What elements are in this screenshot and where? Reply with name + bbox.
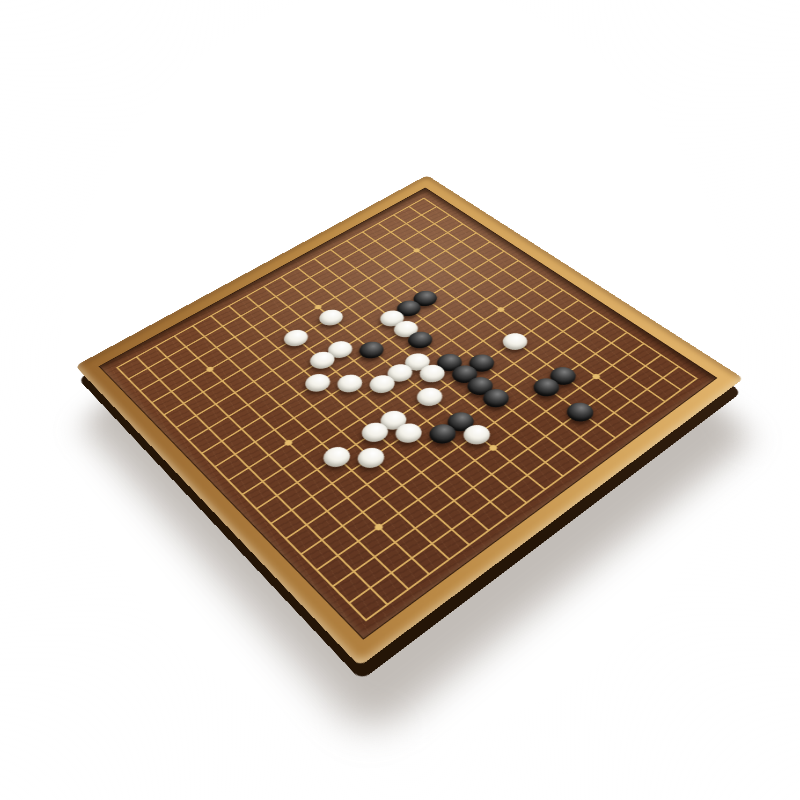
product-photo [0,0,800,800]
white-stone[interactable] [279,327,312,350]
white-stone[interactable] [352,444,389,472]
board-playing-field [99,187,718,639]
go-board [75,175,743,666]
star-point [488,444,499,452]
white-stone[interactable] [315,307,348,329]
white-stone[interactable] [332,371,367,396]
star-point [313,304,322,310]
white-stone[interactable] [498,330,532,353]
star-point [591,373,601,380]
perspective-scene [48,0,752,800]
star-point [373,523,384,532]
star-point [412,248,421,254]
star-point [283,439,293,447]
white-stone[interactable] [300,371,335,396]
black-stone[interactable] [355,338,389,362]
star-point [205,366,215,373]
white-stone[interactable] [318,443,355,471]
black-stone[interactable] [562,399,599,425]
white-stone[interactable] [412,384,448,410]
star-point [496,306,506,312]
photo-stage [48,0,752,800]
